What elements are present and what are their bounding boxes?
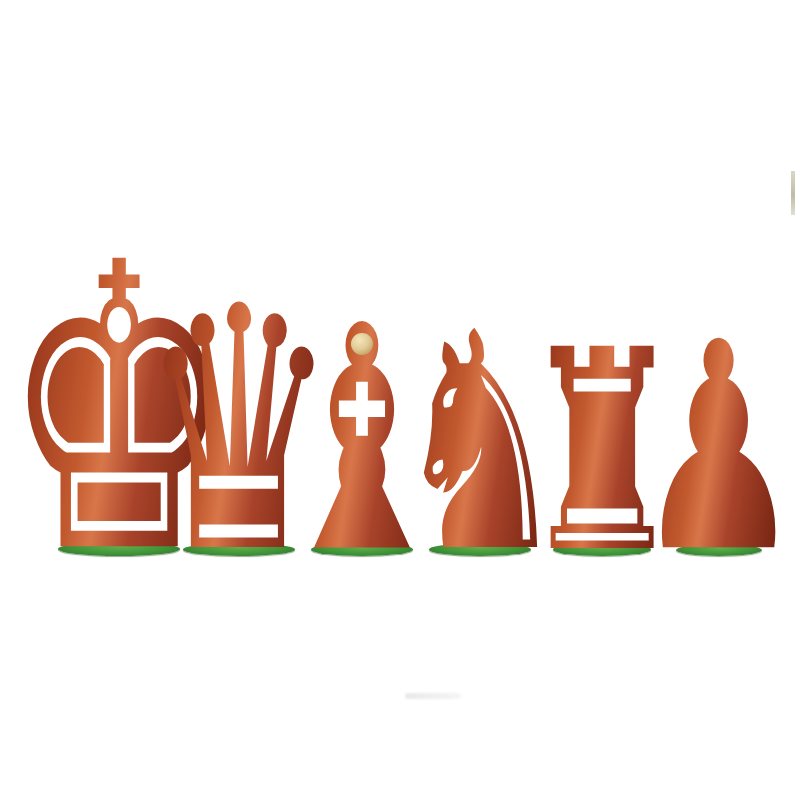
right-edge-sliver-artifact	[791, 171, 795, 215]
faint-smudge-artifact	[405, 693, 461, 699]
pawn-glyph: ♟	[634, 305, 800, 592]
photo-stage: ♚ ♛ ♝ ♞ ♜ ♟	[0, 0, 800, 800]
bishop-finial-ball-icon	[351, 333, 373, 355]
